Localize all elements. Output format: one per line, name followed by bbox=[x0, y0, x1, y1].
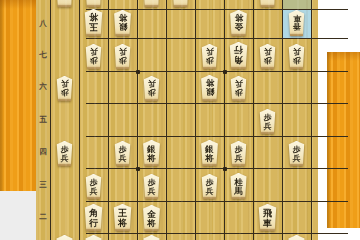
piece-kanji: 金将 bbox=[227, 10, 251, 36]
board-grid-hline bbox=[86, 201, 348, 202]
shogi-piece-歩兵-6七[interactable]: 歩兵 bbox=[199, 44, 221, 69]
shogi-piece-cropped-2九[interactable] bbox=[82, 0, 105, 7]
shogi-game-screen: 八七六五四三二玉将銀将金将香車歩兵歩兵歩兵角行歩兵歩兵歩兵歩兵銀将歩兵歩兵歩兵歩… bbox=[0, 0, 360, 240]
piece-kanji: 歩兵 bbox=[141, 76, 163, 101]
piece-kanji: 玉将 bbox=[81, 9, 106, 36]
shogi-piece-歩兵-9七[interactable]: 歩兵 bbox=[286, 44, 308, 69]
piece-kanji: 歩兵 bbox=[257, 44, 279, 69]
board-grid-vline bbox=[137, 0, 138, 240]
piece-face bbox=[82, 235, 105, 240]
piece-face bbox=[53, 235, 76, 240]
shogi-piece-cropped-5九[interactable] bbox=[169, 0, 192, 7]
shogi-piece-角行-7七[interactable]: 角行 bbox=[226, 42, 251, 69]
board-star-point bbox=[223, 167, 227, 171]
shogi-piece-角行-2二[interactable]: 角行 bbox=[81, 204, 106, 231]
board-star-point bbox=[136, 167, 140, 171]
shogi-piece-歩兵-7六[interactable]: 歩兵 bbox=[228, 76, 250, 101]
piece-kanji: 歩兵 bbox=[228, 141, 250, 166]
shogi-piece-cropped-9一[interactable] bbox=[285, 235, 308, 240]
board-grid-vline bbox=[108, 0, 109, 240]
background-left-panel bbox=[0, 0, 36, 191]
board-star-point bbox=[223, 70, 227, 74]
board-grid-vline bbox=[282, 0, 283, 240]
board-grid-vline bbox=[253, 0, 254, 240]
shogi-piece-歩兵-8五[interactable]: 歩兵 bbox=[257, 109, 279, 134]
piece-face bbox=[140, 235, 163, 240]
board-grid-hline bbox=[86, 136, 348, 137]
piece-kanji: 歩兵 bbox=[54, 76, 76, 101]
piece-kanji: 金将 bbox=[140, 205, 164, 231]
board-grid-vline bbox=[50, 0, 51, 240]
piece-kanji: 歩兵 bbox=[83, 174, 105, 199]
piece-kanji: 銀将 bbox=[198, 75, 222, 101]
background-left-gray-area bbox=[0, 191, 36, 240]
piece-kanji: 王将 bbox=[110, 204, 135, 231]
shogi-piece-歩兵-9四[interactable]: 歩兵 bbox=[286, 141, 308, 166]
rank-label-二: 二 bbox=[36, 212, 50, 222]
board-grid-vline bbox=[166, 0, 167, 240]
piece-face bbox=[82, 0, 105, 7]
board-grid-hline bbox=[86, 103, 348, 104]
board-grid-vline bbox=[224, 0, 225, 240]
piece-kanji: 銀将 bbox=[198, 140, 222, 166]
piece-kanji: 歩兵 bbox=[286, 44, 308, 69]
shogi-piece-歩兵-4六[interactable]: 歩兵 bbox=[141, 76, 163, 101]
last-move-from-highlight[interactable] bbox=[282, 0, 312, 9]
board-grid-hline bbox=[86, 168, 348, 169]
piece-face bbox=[169, 0, 192, 7]
shogi-board[interactable]: 八七六五四三二玉将銀将金将香車歩兵歩兵歩兵角行歩兵歩兵歩兵歩兵銀将歩兵歩兵歩兵歩… bbox=[36, 0, 318, 240]
board-grid-vline bbox=[195, 0, 196, 240]
rank-label-五: 五 bbox=[36, 115, 50, 125]
piece-kanji: 歩兵 bbox=[83, 44, 105, 69]
shogi-piece-金将-7八[interactable]: 金将 bbox=[227, 10, 251, 36]
piece-kanji: 歩兵 bbox=[112, 141, 134, 166]
shogi-piece-銀将-6四[interactable]: 銀将 bbox=[198, 140, 222, 166]
shogi-piece-銀将-6六[interactable]: 銀将 bbox=[198, 75, 222, 101]
piece-kanji: 歩兵 bbox=[54, 141, 76, 166]
shogi-piece-cropped-8九[interactable] bbox=[256, 0, 279, 7]
board-grid-vline bbox=[311, 0, 312, 240]
rank-label-六: 六 bbox=[36, 82, 50, 92]
shogi-piece-桂馬-7三[interactable]: 桂馬 bbox=[227, 173, 250, 199]
rank-label-八: 八 bbox=[36, 19, 50, 29]
piece-kanji: 歩兵 bbox=[112, 44, 134, 69]
piece-kanji: 歩兵 bbox=[141, 174, 163, 199]
shogi-piece-金将-4二[interactable]: 金将 bbox=[140, 205, 164, 231]
shogi-piece-歩兵-7四[interactable]: 歩兵 bbox=[228, 141, 250, 166]
piece-kanji: 角行 bbox=[81, 204, 106, 231]
piece-kanji: 歩兵 bbox=[286, 141, 308, 166]
piece-face bbox=[53, 0, 76, 7]
board-star-point bbox=[136, 70, 140, 74]
piece-kanji: 桂馬 bbox=[227, 173, 250, 199]
shogi-piece-歩兵-8七[interactable]: 歩兵 bbox=[257, 44, 279, 69]
piece-kanji: 角行 bbox=[226, 42, 251, 69]
piece-kanji: 銀将 bbox=[140, 140, 164, 166]
shogi-piece-銀将-4四[interactable]: 銀将 bbox=[140, 140, 164, 166]
piece-face bbox=[256, 0, 279, 7]
shogi-piece-飛車-8二[interactable]: 飛車 bbox=[255, 204, 280, 231]
piece-face bbox=[285, 235, 308, 240]
shogi-piece-玉将-2八[interactable]: 玉将 bbox=[81, 9, 106, 36]
piece-kanji: 香車 bbox=[286, 10, 308, 36]
shogi-piece-cropped-2一[interactable] bbox=[82, 235, 105, 240]
shogi-piece-銀将-3八[interactable]: 銀将 bbox=[111, 10, 135, 36]
shogi-piece-歩兵-2三[interactable]: 歩兵 bbox=[83, 174, 105, 199]
shogi-piece-cropped-1九[interactable] bbox=[53, 0, 76, 7]
shogi-piece-歩兵-6三[interactable]: 歩兵 bbox=[199, 174, 221, 199]
shogi-piece-cropped-1一[interactable] bbox=[53, 235, 76, 240]
piece-kanji: 歩兵 bbox=[199, 174, 221, 199]
piece-kanji: 歩兵 bbox=[199, 44, 221, 69]
rank-label-七: 七 bbox=[36, 50, 50, 60]
board-grid-vline bbox=[79, 0, 80, 240]
rank-label-三: 三 bbox=[36, 180, 50, 190]
board-grid-hline bbox=[86, 233, 348, 234]
piece-kanji: 歩兵 bbox=[228, 76, 250, 101]
board-grid-hline bbox=[86, 38, 348, 39]
shogi-piece-香車-9八[interactable]: 香車 bbox=[286, 10, 308, 36]
shogi-piece-歩兵-2七[interactable]: 歩兵 bbox=[83, 44, 105, 69]
shogi-piece-歩兵-3七[interactable]: 歩兵 bbox=[112, 44, 134, 69]
piece-kanji: 銀将 bbox=[111, 10, 135, 36]
piece-kanji: 歩兵 bbox=[257, 109, 279, 134]
board-grid-hline bbox=[86, 71, 348, 72]
piece-face bbox=[140, 0, 163, 7]
shogi-piece-歩兵-1四[interactable]: 歩兵 bbox=[54, 141, 76, 166]
shogi-piece-歩兵-3四[interactable]: 歩兵 bbox=[112, 141, 134, 166]
shogi-piece-cropped-4九[interactable] bbox=[140, 0, 163, 7]
piece-kanji: 飛車 bbox=[255, 204, 280, 231]
rank-label-四: 四 bbox=[36, 147, 50, 157]
shogi-piece-cropped-4一[interactable] bbox=[140, 235, 163, 240]
shogi-piece-歩兵-1六[interactable]: 歩兵 bbox=[54, 76, 76, 101]
shogi-piece-歩兵-4三[interactable]: 歩兵 bbox=[141, 174, 163, 199]
shogi-piece-王将-3二[interactable]: 王将 bbox=[110, 204, 135, 231]
